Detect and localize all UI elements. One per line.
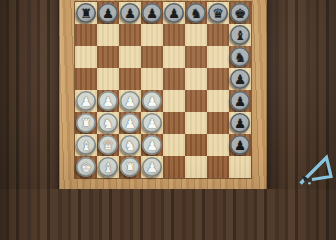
- square-d3[interactable]: ♟: [141, 112, 163, 134]
- piece-white-bishop[interactable]: ♝: [76, 135, 96, 155]
- square-a4[interactable]: ♟: [75, 90, 97, 112]
- square-f1[interactable]: [185, 156, 207, 178]
- square-g5[interactable]: [207, 68, 229, 90]
- square-b8[interactable]: ♟: [97, 2, 119, 24]
- watermark-dot-icon: [308, 182, 311, 185]
- piece-white-rook[interactable]: ♜: [120, 157, 140, 177]
- pawn-glyph: ♟: [80, 94, 92, 107]
- chess-board: ♜♟♟♟♟♞♛♚♝♞♟♟♟♟♟♟♜♞♟♟♟♝♛♞♟♟♚♝♜♟: [59, 0, 267, 189]
- king-glyph: ♚: [234, 6, 246, 19]
- square-c4[interactable]: ♟: [119, 90, 141, 112]
- square-f5[interactable]: [185, 68, 207, 90]
- pawn-glyph: ♟: [102, 94, 114, 107]
- pawn-glyph: ♟: [124, 6, 136, 19]
- pawn-glyph: ♟: [124, 116, 136, 129]
- square-a1[interactable]: ♚: [75, 156, 97, 178]
- pawn-glyph: ♟: [234, 138, 246, 151]
- board-squares: ♜♟♟♟♟♞♛♚♝♞♟♟♟♟♟♟♜♞♟♟♟♝♛♞♟♟♚♝♜♟: [75, 2, 251, 178]
- piece-white-pawn[interactable]: ♟: [142, 91, 162, 111]
- square-c3[interactable]: ♟: [119, 112, 141, 134]
- square-d6[interactable]: [141, 46, 163, 68]
- square-a7[interactable]: [75, 24, 97, 46]
- square-g6[interactable]: [207, 46, 229, 68]
- piece-black-pawn[interactable]: ♟: [230, 69, 250, 89]
- piece-white-queen[interactable]: ♛: [98, 135, 118, 155]
- square-e2[interactable]: [163, 134, 185, 156]
- square-f3[interactable]: [185, 112, 207, 134]
- square-d8[interactable]: ♟: [141, 2, 163, 24]
- square-d5[interactable]: [141, 68, 163, 90]
- knight-glyph: ♞: [234, 50, 246, 63]
- square-e5[interactable]: [163, 68, 185, 90]
- square-h2[interactable]: ♟: [229, 134, 251, 156]
- watermark-logo: [296, 152, 334, 188]
- piece-black-pawn[interactable]: ♟: [230, 135, 250, 155]
- square-e7[interactable]: [163, 24, 185, 46]
- pawn-glyph: ♟: [146, 138, 158, 151]
- square-a2[interactable]: ♝: [75, 134, 97, 156]
- square-d4[interactable]: ♟: [141, 90, 163, 112]
- piece-white-bishop[interactable]: ♝: [98, 157, 118, 177]
- piece-white-pawn[interactable]: ♟: [98, 91, 118, 111]
- piece-black-pawn[interactable]: ♟: [230, 113, 250, 133]
- rook-glyph: ♜: [80, 6, 92, 19]
- piece-white-pawn[interactable]: ♟: [76, 91, 96, 111]
- square-c7[interactable]: [119, 24, 141, 46]
- square-c2[interactable]: ♞: [119, 134, 141, 156]
- piece-white-king[interactable]: ♚: [76, 157, 96, 177]
- pawn-glyph: ♟: [234, 116, 246, 129]
- pawn-glyph: ♟: [234, 72, 246, 85]
- piece-white-knight[interactable]: ♞: [98, 113, 118, 133]
- square-b6[interactable]: [97, 46, 119, 68]
- square-e3[interactable]: [163, 112, 185, 134]
- square-h4[interactable]: ♟: [229, 90, 251, 112]
- piece-white-pawn[interactable]: ♟: [142, 135, 162, 155]
- piece-black-pawn[interactable]: ♟: [230, 91, 250, 111]
- square-h7[interactable]: ♝: [229, 24, 251, 46]
- square-f4[interactable]: [185, 90, 207, 112]
- pawn-glyph: ♟: [168, 6, 180, 19]
- square-g3[interactable]: [207, 112, 229, 134]
- pawn-glyph: ♟: [124, 94, 136, 107]
- piece-black-knight[interactable]: ♞: [186, 3, 206, 23]
- pawn-glyph: ♟: [146, 160, 158, 173]
- square-e1[interactable]: [163, 156, 185, 178]
- piece-black-pawn[interactable]: ♟: [142, 3, 162, 23]
- piece-black-pawn[interactable]: ♟: [164, 3, 184, 23]
- square-g2[interactable]: [207, 134, 229, 156]
- square-e6[interactable]: [163, 46, 185, 68]
- square-h3[interactable]: ♟: [229, 112, 251, 134]
- square-a6[interactable]: [75, 46, 97, 68]
- square-f7[interactable]: [185, 24, 207, 46]
- piece-black-bishop[interactable]: ♝: [230, 25, 250, 45]
- square-d7[interactable]: [141, 24, 163, 46]
- knight-glyph: ♞: [190, 6, 202, 19]
- rook-glyph: ♜: [80, 116, 92, 129]
- bishop-glyph: ♝: [234, 28, 246, 41]
- square-a8[interactable]: ♜: [75, 2, 97, 24]
- queen-glyph: ♛: [212, 6, 224, 19]
- piece-white-pawn[interactable]: ♟: [120, 91, 140, 111]
- piece-black-king[interactable]: ♚: [230, 3, 250, 23]
- pawn-glyph: ♟: [234, 94, 246, 107]
- pawn-glyph: ♟: [146, 116, 158, 129]
- piece-white-pawn[interactable]: ♟: [142, 113, 162, 133]
- bishop-glyph: ♝: [102, 160, 114, 173]
- square-b1[interactable]: ♝: [97, 156, 119, 178]
- square-e8[interactable]: ♟: [163, 2, 185, 24]
- square-g4[interactable]: [207, 90, 229, 112]
- piece-black-pawn[interactable]: ♟: [120, 3, 140, 23]
- square-f2[interactable]: [185, 134, 207, 156]
- rook-glyph: ♜: [124, 160, 136, 173]
- piece-white-rook[interactable]: ♜: [76, 113, 96, 133]
- square-c6[interactable]: [119, 46, 141, 68]
- square-b5[interactable]: [97, 68, 119, 90]
- square-a5[interactable]: [75, 68, 97, 90]
- square-b3[interactable]: ♞: [97, 112, 119, 134]
- piece-white-pawn[interactable]: ♟: [142, 157, 162, 177]
- king-glyph: ♚: [80, 160, 92, 173]
- square-c5[interactable]: [119, 68, 141, 90]
- piece-white-knight[interactable]: ♞: [120, 135, 140, 155]
- square-g7[interactable]: [207, 24, 229, 46]
- pawn-glyph: ♟: [146, 6, 158, 19]
- square-g1[interactable]: [207, 156, 229, 178]
- bishop-glyph: ♝: [80, 138, 92, 151]
- square-a3[interactable]: ♜: [75, 112, 97, 134]
- square-h6[interactable]: ♞: [229, 46, 251, 68]
- square-c8[interactable]: ♟: [119, 2, 141, 24]
- pawn-glyph: ♟: [102, 6, 114, 19]
- square-b7[interactable]: [97, 24, 119, 46]
- piece-black-rook[interactable]: ♜: [76, 3, 96, 23]
- piece-black-knight[interactable]: ♞: [230, 47, 250, 67]
- queen-glyph: ♛: [102, 138, 114, 151]
- square-g8[interactable]: ♛: [207, 2, 229, 24]
- square-c1[interactable]: ♜: [119, 156, 141, 178]
- knight-glyph: ♞: [124, 138, 136, 151]
- square-h8[interactable]: ♚: [229, 2, 251, 24]
- square-b4[interactable]: ♟: [97, 90, 119, 112]
- square-d1[interactable]: ♟: [141, 156, 163, 178]
- square-b2[interactable]: ♛: [97, 134, 119, 156]
- piece-black-queen[interactable]: ♛: [208, 3, 228, 23]
- square-f8[interactable]: ♞: [185, 2, 207, 24]
- square-d2[interactable]: ♟: [141, 134, 163, 156]
- knight-glyph: ♞: [102, 116, 114, 129]
- piece-white-pawn[interactable]: ♟: [120, 113, 140, 133]
- square-f6[interactable]: [185, 46, 207, 68]
- square-h1[interactable]: [229, 156, 251, 178]
- square-h5[interactable]: ♟: [229, 68, 251, 90]
- piece-black-pawn[interactable]: ♟: [98, 3, 118, 23]
- square-e4[interactable]: [163, 90, 185, 112]
- pawn-glyph: ♟: [146, 94, 158, 107]
